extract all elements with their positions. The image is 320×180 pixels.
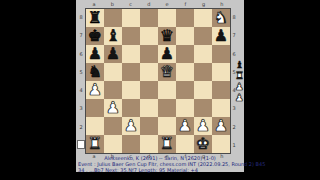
square-c3 — [122, 99, 140, 117]
coordinate-label: 2 — [231, 118, 237, 136]
square-h5 — [212, 63, 230, 81]
coordinate-label: f — [176, 1, 194, 7]
captured-white-pawn: ♟ — [235, 93, 244, 103]
piece-white-queen: ♛ — [160, 64, 174, 80]
square-g8 — [194, 9, 212, 27]
coordinate-label: 6 — [78, 45, 84, 63]
coordinate-label: c — [122, 1, 140, 7]
square-b7: ♝ — [104, 27, 122, 45]
square-a1: ♜ — [86, 135, 104, 153]
square-h2: ♟ — [212, 117, 230, 135]
coordinate-label: a — [85, 1, 103, 7]
square-e7: ♛ — [158, 27, 176, 45]
square-h8: ♞ — [212, 9, 230, 27]
piece-black-pawn: ♟ — [214, 28, 228, 44]
square-h7: ♟ — [212, 27, 230, 45]
square-g3 — [194, 99, 212, 117]
square-e8 — [158, 9, 176, 27]
square-a7: ♚ — [86, 27, 104, 45]
square-d2 — [140, 117, 158, 135]
piece-white-rook: ♜ — [88, 136, 102, 152]
captured-black-bishop: ♝ — [235, 60, 244, 70]
square-c7 — [122, 27, 140, 45]
square-c6 — [122, 45, 140, 63]
square-f2: ♟ — [176, 117, 194, 135]
square-f6 — [176, 45, 194, 63]
square-d4 — [140, 81, 158, 99]
square-b2 — [104, 117, 122, 135]
square-d1 — [140, 135, 158, 153]
square-b5 — [104, 63, 122, 81]
square-d3 — [140, 99, 158, 117]
square-g7 — [194, 27, 212, 45]
square-a8: ♜ — [86, 9, 104, 27]
square-e2 — [158, 117, 176, 135]
coordinate-label: h — [213, 1, 231, 7]
video-frame: abcdefgh abcdefgh 87654321 87654321 ♜♞♚♝… — [76, 0, 244, 172]
square-b3: ♟ — [104, 99, 122, 117]
square-e3 — [158, 99, 176, 117]
rank-labels-left: 87654321 — [78, 8, 84, 154]
square-b4 — [104, 81, 122, 99]
square-g5 — [194, 63, 212, 81]
piece-black-queen: ♛ — [160, 28, 174, 44]
square-f5 — [176, 63, 194, 81]
move-line: 34 . ...Bb7 Next: 35.Nf7 Length: 95 Mate… — [76, 167, 244, 173]
coordinate-label: 8 — [78, 8, 84, 26]
square-d6 — [140, 45, 158, 63]
chess-board: ♜♞♚♝♛♟♟♟♟♞♛♟♟♟♟♟♟♜♜♚ — [85, 8, 231, 154]
square-a3 — [86, 99, 104, 117]
square-h1 — [212, 135, 230, 153]
coordinate-label: 7 — [231, 26, 237, 44]
piece-white-pawn: ♟ — [124, 118, 138, 134]
piece-white-pawn: ♟ — [106, 100, 120, 116]
coordinate-label: 8 — [231, 8, 237, 26]
square-f3 — [176, 99, 194, 117]
piece-black-bishop: ♝ — [106, 28, 120, 44]
square-c8 — [122, 9, 140, 27]
coordinate-label: d — [140, 1, 158, 7]
square-d5 — [140, 63, 158, 81]
captured-white-rook: ♜ — [235, 71, 244, 81]
square-d8 — [140, 9, 158, 27]
piece-white-pawn: ♟ — [178, 118, 192, 134]
square-f8 — [176, 9, 194, 27]
square-h6 — [212, 45, 230, 63]
square-b6: ♟ — [104, 45, 122, 63]
piece-white-pawn: ♟ — [214, 118, 228, 134]
square-e4 — [158, 81, 176, 99]
square-b1 — [104, 135, 122, 153]
white-to-move-indicator — [77, 140, 85, 149]
piece-black-pawn: ♟ — [160, 46, 174, 62]
coordinate-label: e — [158, 1, 176, 7]
captured-white-pawn: ♟ — [235, 82, 244, 92]
coordinate-label: 2 — [78, 118, 84, 136]
piece-white-knight: ♞ — [214, 10, 228, 26]
piece-black-knight: ♞ — [88, 64, 102, 80]
file-labels-top: abcdefgh — [85, 1, 231, 7]
square-a5: ♞ — [86, 63, 104, 81]
square-c1 — [122, 135, 140, 153]
piece-black-rook: ♜ — [88, 10, 102, 26]
square-b8 — [104, 9, 122, 27]
square-f4 — [176, 81, 194, 99]
coordinate-label: 4 — [78, 81, 84, 99]
square-e5: ♛ — [158, 63, 176, 81]
square-c5 — [122, 63, 140, 81]
square-f7 — [176, 27, 194, 45]
piece-white-king: ♚ — [196, 136, 210, 152]
square-c4 — [122, 81, 140, 99]
square-h3 — [212, 99, 230, 117]
square-c2: ♟ — [122, 117, 140, 135]
captured-pieces-panel: ♝♜♟♟ — [235, 60, 244, 103]
coordinate-label: 3 — [78, 99, 84, 117]
square-a4: ♟ — [86, 81, 104, 99]
square-g1: ♚ — [194, 135, 212, 153]
game-info-footer: Alekseenko, K (2691) -- Sarin, N (2620) … — [76, 155, 244, 173]
square-a6: ♟ — [86, 45, 104, 63]
piece-white-pawn: ♟ — [196, 118, 210, 134]
piece-white-rook: ♜ — [160, 136, 174, 152]
square-g4 — [194, 81, 212, 99]
coordinate-label: g — [195, 1, 213, 7]
piece-black-pawn: ♟ — [88, 46, 102, 62]
square-h4 — [212, 81, 230, 99]
piece-white-pawn: ♟ — [88, 82, 102, 98]
piece-black-pawn: ♟ — [106, 46, 120, 62]
square-f1 — [176, 135, 194, 153]
coordinate-label: 5 — [78, 63, 84, 81]
square-d7 — [140, 27, 158, 45]
piece-black-king: ♚ — [88, 28, 102, 44]
coordinate-label: 1 — [231, 136, 237, 154]
coordinate-label: 7 — [78, 26, 84, 44]
coordinate-label: b — [103, 1, 121, 7]
square-e1: ♜ — [158, 135, 176, 153]
square-e6: ♟ — [158, 45, 176, 63]
square-g2: ♟ — [194, 117, 212, 135]
square-g6 — [194, 45, 212, 63]
square-a2 — [86, 117, 104, 135]
